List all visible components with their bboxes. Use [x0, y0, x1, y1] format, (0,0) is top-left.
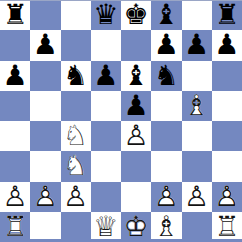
square-a5[interactable]: [0, 91, 30, 121]
square-f8[interactable]: ♝: [151, 0, 181, 30]
square-c6[interactable]: ♞: [61, 61, 91, 91]
square-d1[interactable]: ♛♕: [91, 212, 121, 242]
square-c4[interactable]: ♞♘: [61, 121, 91, 151]
white-piece-outline-glyph: ♘: [61, 151, 91, 181]
square-c7[interactable]: [61, 30, 91, 60]
white-piece-outline-glyph: ♕: [91, 212, 121, 242]
square-f6[interactable]: ♞: [151, 61, 181, 91]
white-knight-piece: ♞♘: [61, 151, 91, 181]
square-b4[interactable]: [30, 121, 60, 151]
white-piece-outline-glyph: ♙: [212, 182, 242, 212]
square-g6[interactable]: [182, 61, 212, 91]
black-piece-glyph: ♟: [151, 30, 181, 60]
black-piece-glyph: ♟: [182, 30, 212, 60]
black-piece-glyph: ♞: [61, 61, 91, 91]
black-bishop-piece: ♝: [121, 61, 151, 91]
white-pawn-piece: ♟♙: [121, 121, 151, 151]
square-d2[interactable]: [91, 182, 121, 212]
black-king-piece: ♚: [121, 0, 151, 30]
white-pawn-piece: ♟♙: [182, 182, 212, 212]
square-d7[interactable]: [91, 30, 121, 60]
black-rook-piece: ♜: [0, 0, 30, 30]
white-piece-outline-glyph: ♙: [182, 182, 212, 212]
square-f2[interactable]: ♟♙: [151, 182, 181, 212]
square-c2[interactable]: ♟♙: [61, 182, 91, 212]
square-h5[interactable]: [212, 91, 242, 121]
square-h7[interactable]: ♟: [212, 30, 242, 60]
square-b2[interactable]: ♟♙: [30, 182, 60, 212]
square-b8[interactable]: [30, 0, 60, 30]
black-piece-glyph: ♟: [91, 61, 121, 91]
square-g2[interactable]: ♟♙: [182, 182, 212, 212]
square-c1[interactable]: [61, 212, 91, 242]
square-h4[interactable]: [212, 121, 242, 151]
black-piece-glyph: ♟: [121, 91, 151, 121]
black-knight-piece: ♞: [61, 61, 91, 91]
black-piece-glyph: ♜: [0, 0, 30, 30]
square-h3[interactable]: [212, 151, 242, 181]
square-f4[interactable]: [151, 121, 181, 151]
white-piece-outline-glyph: ♗: [151, 212, 181, 242]
black-piece-glyph: ♟: [212, 30, 242, 60]
white-piece-outline-glyph: ♙: [121, 121, 151, 151]
white-pawn-piece: ♟♙: [30, 182, 60, 212]
square-a7[interactable]: [0, 30, 30, 60]
square-h2[interactable]: ♟♙: [212, 182, 242, 212]
square-g3[interactable]: [182, 151, 212, 181]
square-b5[interactable]: [30, 91, 60, 121]
black-piece-glyph: ♟: [30, 30, 60, 60]
square-a2[interactable]: ♟♙: [0, 182, 30, 212]
square-d8[interactable]: ♛: [91, 0, 121, 30]
white-rook-piece: ♜♖: [0, 212, 30, 242]
black-piece-glyph: ♝: [151, 0, 181, 30]
white-piece-outline-glyph: ♗: [182, 91, 212, 121]
square-c3[interactable]: ♞♘: [61, 151, 91, 181]
square-b1[interactable]: [30, 212, 60, 242]
black-pawn-piece: ♟: [91, 61, 121, 91]
square-g4[interactable]: [182, 121, 212, 151]
white-pawn-piece: ♟♙: [61, 182, 91, 212]
square-h8[interactable]: ♜: [212, 0, 242, 30]
black-pawn-piece: ♟: [151, 30, 181, 60]
white-bishop-piece: ♝♗: [182, 91, 212, 121]
square-a6[interactable]: ♟: [0, 61, 30, 91]
square-h6[interactable]: [212, 61, 242, 91]
square-e1[interactable]: ♚♔: [121, 212, 151, 242]
white-piece-outline-glyph: ♙: [151, 182, 181, 212]
black-piece-glyph: ♜: [212, 0, 242, 30]
white-bishop-piece: ♝♗: [151, 212, 181, 242]
black-pawn-piece: ♟: [212, 30, 242, 60]
square-g8[interactable]: [182, 0, 212, 30]
white-pawn-piece: ♟♙: [212, 182, 242, 212]
square-e4[interactable]: ♟♙: [121, 121, 151, 151]
square-a4[interactable]: [0, 121, 30, 151]
square-c8[interactable]: [61, 0, 91, 30]
white-piece-outline-glyph: ♖: [0, 212, 30, 242]
square-a1[interactable]: ♜♖: [0, 212, 30, 242]
black-bishop-piece: ♝: [151, 0, 181, 30]
white-piece-outline-glyph: ♙: [61, 182, 91, 212]
square-e7[interactable]: [121, 30, 151, 60]
square-e6[interactable]: ♝: [121, 61, 151, 91]
white-piece-outline-glyph: ♙: [30, 182, 60, 212]
chess-board: ♜♛♚♝♜♟♟♟♟♟♞♟♝♞♟♝♗♞♘♟♙♞♘♟♙♟♙♟♙♟♙♟♙♟♙♜♖♛♕♚…: [0, 0, 242, 242]
square-e8[interactable]: ♚: [121, 0, 151, 30]
black-queen-piece: ♛: [91, 0, 121, 30]
white-queen-piece: ♛♕: [91, 212, 121, 242]
square-c5[interactable]: [61, 91, 91, 121]
square-d3[interactable]: [91, 151, 121, 181]
square-g1[interactable]: [182, 212, 212, 242]
white-piece-outline-glyph: ♖: [212, 212, 242, 242]
black-piece-glyph: ♛: [91, 0, 121, 30]
square-e3[interactable]: [121, 151, 151, 181]
square-a8[interactable]: ♜: [0, 0, 30, 30]
black-pawn-piece: ♟: [182, 30, 212, 60]
square-e2[interactable]: [121, 182, 151, 212]
square-f7[interactable]: ♟: [151, 30, 181, 60]
square-g5[interactable]: ♝♗: [182, 91, 212, 121]
white-piece-outline-glyph: ♔: [121, 212, 151, 242]
black-piece-glyph: ♟: [0, 61, 30, 91]
square-d6[interactable]: ♟: [91, 61, 121, 91]
black-rook-piece: ♜: [212, 0, 242, 30]
white-knight-piece: ♞♘: [61, 121, 91, 151]
white-rook-piece: ♜♖: [212, 212, 242, 242]
square-h1[interactable]: ♜♖: [212, 212, 242, 242]
board-grid: ♜♛♚♝♜♟♟♟♟♟♞♟♝♞♟♝♗♞♘♟♙♞♘♟♙♟♙♟♙♟♙♟♙♟♙♜♖♛♕♚…: [0, 0, 242, 242]
square-f1[interactable]: ♝♗: [151, 212, 181, 242]
square-e5[interactable]: ♟: [121, 91, 151, 121]
square-g7[interactable]: ♟: [182, 30, 212, 60]
square-f5[interactable]: [151, 91, 181, 121]
square-b7[interactable]: ♟: [30, 30, 60, 60]
white-king-piece: ♚♔: [121, 212, 151, 242]
white-pawn-piece: ♟♙: [151, 182, 181, 212]
square-b6[interactable]: [30, 61, 60, 91]
square-d5[interactable]: [91, 91, 121, 121]
square-b3[interactable]: [30, 151, 60, 181]
black-piece-glyph: ♝: [121, 61, 151, 91]
black-pawn-piece: ♟: [30, 30, 60, 60]
black-piece-glyph: ♞: [151, 61, 181, 91]
square-f3[interactable]: [151, 151, 181, 181]
square-a3[interactable]: [0, 151, 30, 181]
black-pawn-piece: ♟: [0, 61, 30, 91]
white-piece-outline-glyph: ♙: [0, 182, 30, 212]
square-d4[interactable]: [91, 121, 121, 151]
black-pawn-piece: ♟: [121, 91, 151, 121]
white-pawn-piece: ♟♙: [0, 182, 30, 212]
white-piece-outline-glyph: ♘: [61, 121, 91, 151]
black-piece-glyph: ♚: [121, 0, 151, 30]
board-top-edge: [0, 0, 242, 1]
black-knight-piece: ♞: [151, 61, 181, 91]
